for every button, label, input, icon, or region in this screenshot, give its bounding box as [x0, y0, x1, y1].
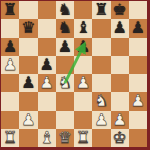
square-h2[interactable] [129, 111, 147, 129]
black-bishop-piece[interactable]: ♝ [76, 20, 90, 36]
square-f2[interactable]: ♟ [92, 111, 110, 129]
black-knight-piece[interactable]: ♞ [58, 20, 72, 36]
black-pawn-piece[interactable]: ♟ [58, 39, 72, 55]
white-bishop-piece[interactable]: ♝ [39, 130, 53, 146]
square-f8[interactable]: ♜ [92, 1, 110, 19]
square-a3[interactable] [1, 92, 19, 110]
square-c7[interactable] [38, 19, 56, 37]
square-a6[interactable]: ♟ [1, 38, 19, 56]
board-frame: ♜♞♜♚♛♞♝♟♟♟♟♟♟♟♟♟♞♟♞♟♟♟♟♜♝♛♜♚ [0, 0, 150, 150]
white-pawn-piece[interactable]: ♟ [39, 75, 53, 91]
black-knight-piece[interactable]: ♞ [58, 2, 72, 18]
square-e7[interactable]: ♝ [74, 19, 92, 37]
square-g5[interactable] [111, 56, 129, 74]
square-g6[interactable] [111, 38, 129, 56]
square-c6[interactable] [38, 38, 56, 56]
square-f4[interactable] [92, 74, 110, 92]
square-f6[interactable] [92, 38, 110, 56]
white-pawn-piece[interactable]: ♟ [76, 75, 90, 91]
square-b4[interactable]: ♟ [19, 74, 37, 92]
square-e8[interactable] [74, 1, 92, 19]
black-queen-piece[interactable]: ♛ [21, 20, 35, 36]
square-c1[interactable]: ♝ [38, 129, 56, 147]
square-h6[interactable] [129, 38, 147, 56]
square-h8[interactable] [129, 1, 147, 19]
white-pawn-piece[interactable]: ♟ [112, 112, 126, 128]
square-c4[interactable]: ♟ [38, 74, 56, 92]
white-pawn-piece[interactable]: ♟ [3, 57, 17, 73]
square-g4[interactable] [111, 74, 129, 92]
black-rook-piece[interactable]: ♜ [94, 2, 108, 18]
white-pawn-piece[interactable]: ♟ [94, 112, 108, 128]
square-a1[interactable]: ♜ [1, 129, 19, 147]
square-e5[interactable] [74, 56, 92, 74]
white-knight-piece[interactable]: ♞ [94, 93, 108, 109]
square-g2[interactable]: ♟ [111, 111, 129, 129]
square-h5[interactable] [129, 56, 147, 74]
square-h4[interactable] [129, 74, 147, 92]
square-h7[interactable]: ♟ [129, 19, 147, 37]
white-rook-piece[interactable]: ♜ [3, 130, 17, 146]
square-d4[interactable]: ♞ [56, 74, 74, 92]
black-pawn-piece[interactable]: ♟ [131, 20, 145, 36]
black-pawn-piece[interactable]: ♟ [39, 57, 53, 73]
white-queen-piece[interactable]: ♛ [58, 130, 72, 146]
square-b2[interactable]: ♟ [19, 111, 37, 129]
square-e3[interactable] [74, 92, 92, 110]
square-b6[interactable] [19, 38, 37, 56]
square-a5[interactable]: ♟ [1, 56, 19, 74]
black-pawn-piece[interactable]: ♟ [112, 20, 126, 36]
square-g8[interactable]: ♚ [111, 1, 129, 19]
square-a7[interactable] [1, 19, 19, 37]
square-e2[interactable] [74, 111, 92, 129]
square-b8[interactable] [19, 1, 37, 19]
square-b3[interactable] [19, 92, 37, 110]
black-pawn-piece[interactable]: ♟ [76, 39, 90, 55]
square-d3[interactable] [56, 92, 74, 110]
white-pawn-piece[interactable]: ♟ [21, 112, 35, 128]
square-f7[interactable] [92, 19, 110, 37]
square-b7[interactable]: ♛ [19, 19, 37, 37]
square-c8[interactable] [38, 1, 56, 19]
white-knight-piece[interactable]: ♞ [58, 75, 72, 91]
black-pawn-piece[interactable]: ♟ [3, 39, 17, 55]
square-c5[interactable]: ♟ [38, 56, 56, 74]
board: ♜♞♜♚♛♞♝♟♟♟♟♟♟♟♟♟♞♟♞♟♟♟♟♜♝♛♜♚ [1, 1, 147, 147]
white-rook-piece[interactable]: ♜ [76, 130, 90, 146]
square-e1[interactable]: ♜ [74, 129, 92, 147]
square-c2[interactable] [38, 111, 56, 129]
black-rook-piece[interactable]: ♜ [3, 2, 17, 18]
square-b1[interactable] [19, 129, 37, 147]
square-d7[interactable]: ♞ [56, 19, 74, 37]
white-king-piece[interactable]: ♚ [112, 130, 126, 146]
square-a2[interactable] [1, 111, 19, 129]
square-f3[interactable]: ♞ [92, 92, 110, 110]
white-pawn-piece[interactable]: ♟ [131, 93, 145, 109]
square-h1[interactable] [129, 129, 147, 147]
square-g3[interactable] [111, 92, 129, 110]
square-f1[interactable] [92, 129, 110, 147]
square-c3[interactable] [38, 92, 56, 110]
square-a4[interactable] [1, 74, 19, 92]
black-king-piece[interactable]: ♚ [112, 2, 126, 18]
square-h3[interactable]: ♟ [129, 92, 147, 110]
square-d5[interactable] [56, 56, 74, 74]
black-pawn-piece[interactable]: ♟ [21, 75, 35, 91]
square-f5[interactable] [92, 56, 110, 74]
square-d6[interactable]: ♟ [56, 38, 74, 56]
square-b5[interactable] [19, 56, 37, 74]
square-a8[interactable]: ♜ [1, 1, 19, 19]
square-g1[interactable]: ♚ [111, 129, 129, 147]
square-e4[interactable]: ♟ [74, 74, 92, 92]
square-d1[interactable]: ♛ [56, 129, 74, 147]
square-e6[interactable]: ♟ [74, 38, 92, 56]
square-d8[interactable]: ♞ [56, 1, 74, 19]
square-d2[interactable] [56, 111, 74, 129]
square-g7[interactable]: ♟ [111, 19, 129, 37]
